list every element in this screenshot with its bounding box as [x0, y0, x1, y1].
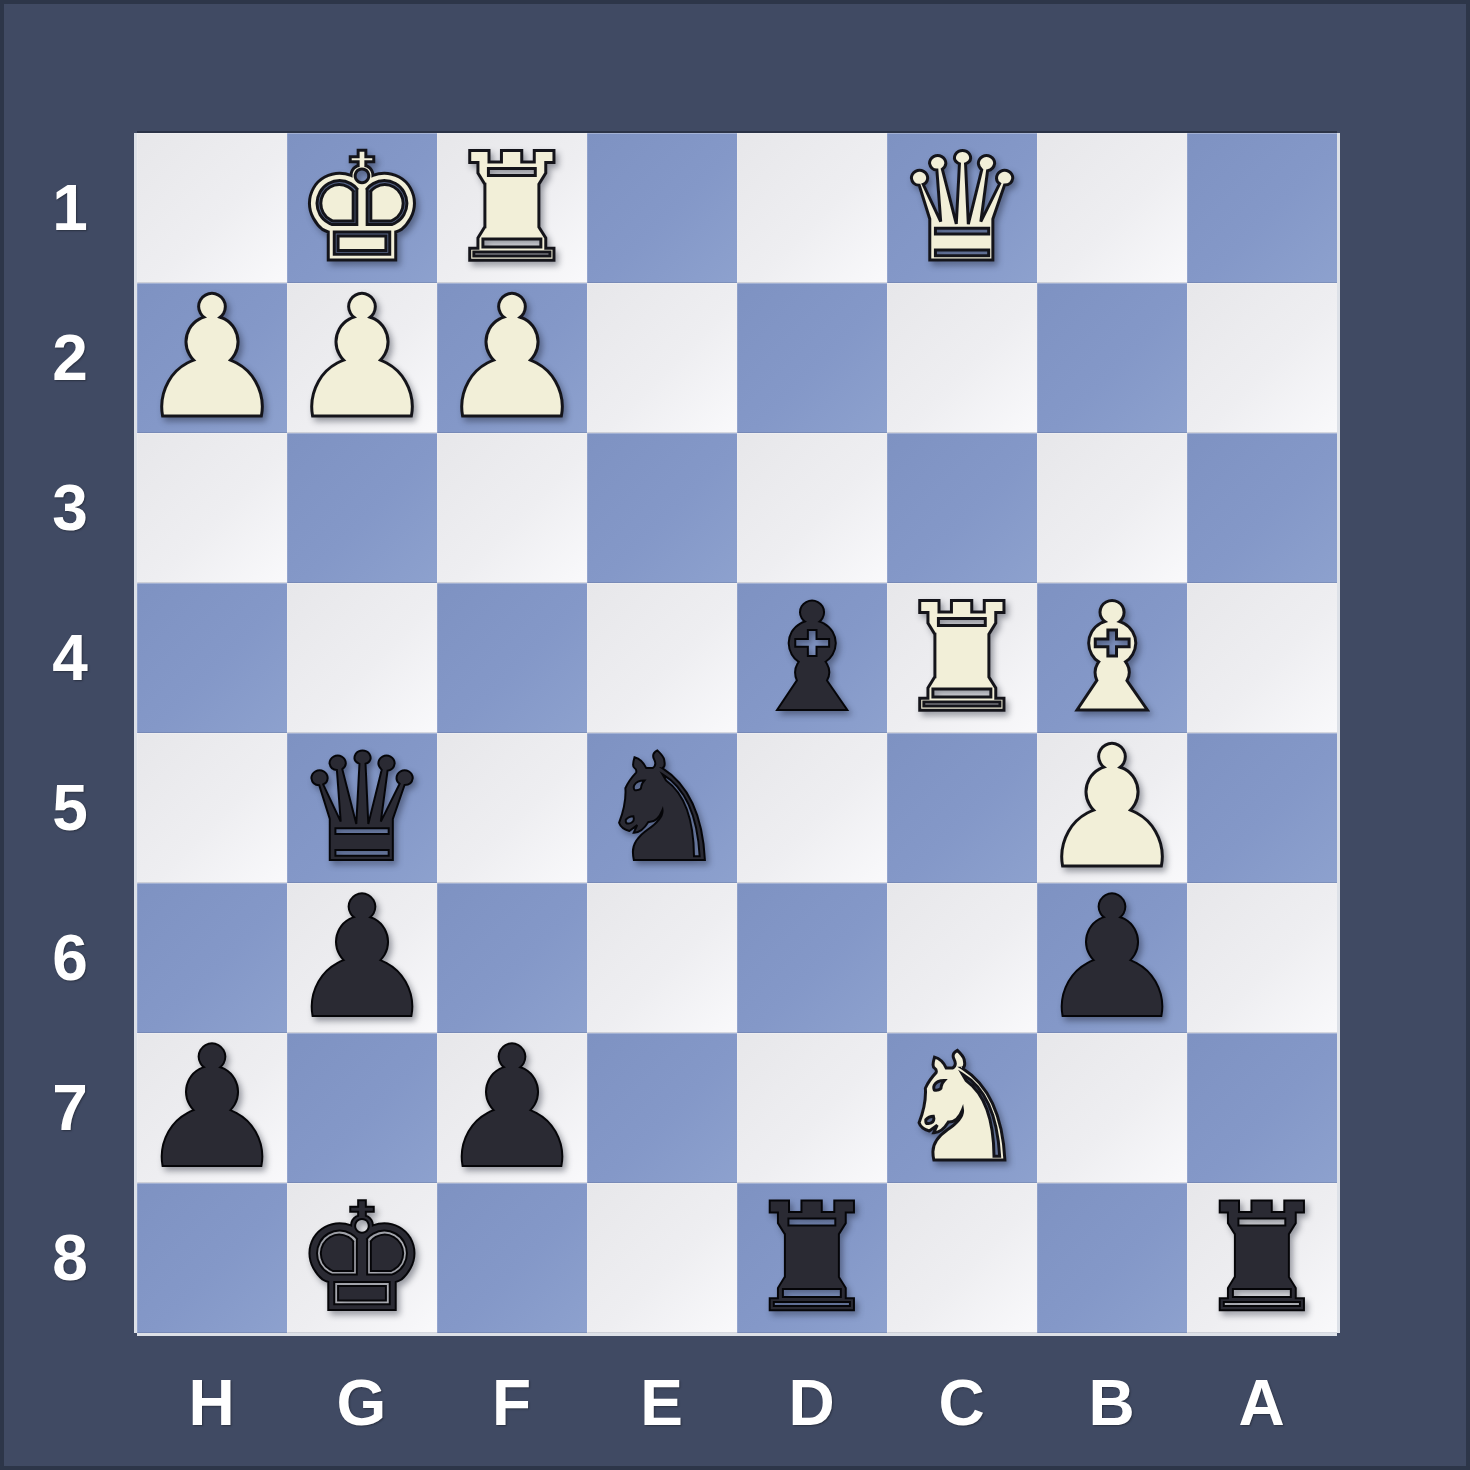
- white-pawn: ♟: [437, 283, 588, 433]
- rank-label-6: 6: [4, 883, 137, 1033]
- square-d4[interactable]: ♝: [737, 583, 887, 733]
- square-c4[interactable]: ♜: [887, 583, 1037, 733]
- square-h4[interactable]: [137, 583, 287, 733]
- square-g7[interactable]: [287, 1033, 437, 1183]
- square-g3[interactable]: [287, 433, 437, 583]
- square-e7[interactable]: [587, 1033, 737, 1183]
- chess-diagram-frame: 12345678 ♚♜♛♟♟♟♝♜♝♛♞♟♟♟♟♟♞♚♜♜ HGFEDCBA: [0, 0, 1470, 1470]
- rank-label-8: 8: [4, 1183, 137, 1333]
- square-c7[interactable]: ♞: [887, 1033, 1037, 1183]
- square-e8[interactable]: [587, 1183, 737, 1333]
- rank-label-5: 5: [4, 733, 137, 883]
- square-a1[interactable]: [1187, 133, 1337, 283]
- rank-label-3: 3: [4, 433, 137, 583]
- square-b6[interactable]: ♟: [1037, 883, 1187, 1033]
- square-d5[interactable]: [737, 733, 887, 883]
- square-h8[interactable]: [137, 1183, 287, 1333]
- square-d6[interactable]: [737, 883, 887, 1033]
- square-e2[interactable]: [587, 283, 737, 433]
- square-f2[interactable]: ♟: [437, 283, 587, 433]
- square-c2[interactable]: [887, 283, 1037, 433]
- white-queen: ♛: [895, 133, 1029, 283]
- square-a5[interactable]: [1187, 733, 1337, 883]
- square-e6[interactable]: [587, 883, 737, 1033]
- square-h5[interactable]: [137, 733, 287, 883]
- black-rook: ♜: [745, 1183, 879, 1333]
- square-c3[interactable]: [887, 433, 1037, 583]
- square-g8[interactable]: ♚: [287, 1183, 437, 1333]
- square-b7[interactable]: [1037, 1033, 1187, 1183]
- black-knight: ♞: [595, 733, 729, 883]
- rank-label-4: 4: [4, 583, 137, 733]
- square-h2[interactable]: ♟: [137, 283, 287, 433]
- white-pawn: ♟: [137, 283, 288, 433]
- square-e1[interactable]: [587, 133, 737, 283]
- white-rook: ♜: [895, 583, 1029, 733]
- square-e3[interactable]: [587, 433, 737, 583]
- square-a6[interactable]: [1187, 883, 1337, 1033]
- square-f5[interactable]: [437, 733, 587, 883]
- white-pawn: ♟: [287, 283, 438, 433]
- square-d7[interactable]: [737, 1033, 887, 1183]
- square-d2[interactable]: [737, 283, 887, 433]
- chess-board: ♚♜♛♟♟♟♝♜♝♛♞♟♟♟♟♟♞♚♜♜: [137, 133, 1337, 1333]
- square-e4[interactable]: [587, 583, 737, 733]
- square-f7[interactable]: ♟: [437, 1033, 587, 1183]
- black-rook: ♜: [1195, 1183, 1329, 1333]
- file-label-g: G: [287, 1337, 437, 1469]
- black-pawn: ♟: [137, 1033, 288, 1183]
- square-c1[interactable]: ♛: [887, 133, 1037, 283]
- square-g6[interactable]: ♟: [287, 883, 437, 1033]
- square-d3[interactable]: [737, 433, 887, 583]
- square-f4[interactable]: [437, 583, 587, 733]
- file-label-d: D: [737, 1337, 887, 1469]
- square-a8[interactable]: ♜: [1187, 1183, 1337, 1333]
- square-c5[interactable]: [887, 733, 1037, 883]
- square-d8[interactable]: ♜: [737, 1183, 887, 1333]
- square-a4[interactable]: [1187, 583, 1337, 733]
- square-c6[interactable]: [887, 883, 1037, 1033]
- black-pawn: ♟: [1037, 883, 1188, 1033]
- file-label-h: H: [137, 1337, 287, 1469]
- square-h3[interactable]: [137, 433, 287, 583]
- rank-label-7: 7: [4, 1033, 137, 1183]
- black-king: ♚: [295, 1183, 429, 1333]
- file-label-b: B: [1037, 1337, 1187, 1469]
- file-label-f: F: [437, 1337, 587, 1469]
- square-f8[interactable]: [437, 1183, 587, 1333]
- black-pawn: ♟: [437, 1033, 588, 1183]
- square-c8[interactable]: [887, 1183, 1037, 1333]
- square-a2[interactable]: [1187, 283, 1337, 433]
- square-a7[interactable]: [1187, 1033, 1337, 1183]
- square-b1[interactable]: [1037, 133, 1187, 283]
- square-g2[interactable]: ♟: [287, 283, 437, 433]
- square-d1[interactable]: [737, 133, 887, 283]
- black-bishop: ♝: [745, 583, 879, 733]
- square-e5[interactable]: ♞: [587, 733, 737, 883]
- rank-labels: 12345678: [4, 133, 137, 1333]
- rank-label-2: 2: [4, 283, 137, 433]
- rank-label-1: 1: [4, 133, 137, 283]
- square-b3[interactable]: [1037, 433, 1187, 583]
- square-b8[interactable]: [1037, 1183, 1187, 1333]
- square-b2[interactable]: [1037, 283, 1187, 433]
- file-label-a: A: [1187, 1337, 1337, 1469]
- file-label-e: E: [587, 1337, 737, 1469]
- file-label-c: C: [887, 1337, 1037, 1469]
- square-a3[interactable]: [1187, 433, 1337, 583]
- square-g4[interactable]: [287, 583, 437, 733]
- white-knight: ♞: [895, 1033, 1029, 1183]
- square-f3[interactable]: [437, 433, 587, 583]
- square-h7[interactable]: ♟: [137, 1033, 287, 1183]
- black-pawn: ♟: [287, 883, 438, 1033]
- file-labels: HGFEDCBA: [137, 1337, 1337, 1469]
